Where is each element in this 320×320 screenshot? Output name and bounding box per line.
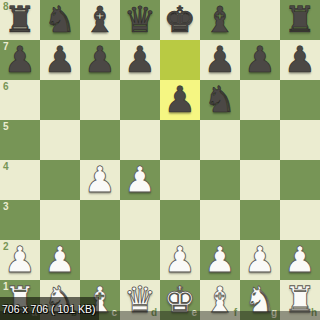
square-h7[interactable]: ♟: [280, 40, 320, 80]
square-c3[interactable]: [80, 200, 120, 240]
square-e4[interactable]: [160, 160, 200, 200]
square-a4[interactable]: 4: [0, 160, 40, 200]
square-b6[interactable]: [40, 80, 80, 120]
black-pawn-b7[interactable]: ♟: [40, 40, 80, 80]
white-pawn-b2[interactable]: ♟: [40, 240, 80, 280]
square-c4[interactable]: ♟: [80, 160, 120, 200]
square-e6[interactable]: ♟: [160, 80, 200, 120]
square-f3[interactable]: [200, 200, 240, 240]
square-h6[interactable]: [280, 80, 320, 120]
square-g6[interactable]: [240, 80, 280, 120]
square-h2[interactable]: ♟: [280, 240, 320, 280]
square-c8[interactable]: ♝: [80, 0, 120, 40]
screenshot-stage: 8♜♞♝♛♚♝♜7♟♟♟♟♟♟♟6♟♞54♟♟32♟♟♟♟♟♟1a♜b♞c♝d♛…: [0, 0, 320, 320]
square-b8[interactable]: ♞: [40, 0, 80, 40]
square-a2[interactable]: 2♟: [0, 240, 40, 280]
rank-label-4: 4: [3, 162, 9, 172]
black-knight-b8[interactable]: ♞: [40, 0, 80, 40]
square-c2[interactable]: [80, 240, 120, 280]
square-h3[interactable]: [280, 200, 320, 240]
white-pawn-d4[interactable]: ♟: [120, 160, 160, 200]
square-g4[interactable]: [240, 160, 280, 200]
square-h8[interactable]: ♜: [280, 0, 320, 40]
square-h4[interactable]: [280, 160, 320, 200]
rank-label-3: 3: [3, 202, 9, 212]
square-a6[interactable]: 6: [0, 80, 40, 120]
rank-label-6: 6: [3, 82, 9, 92]
white-pawn-a2[interactable]: ♟: [0, 240, 40, 280]
black-pawn-e6[interactable]: ♟: [160, 80, 200, 120]
square-d8[interactable]: ♛: [120, 0, 160, 40]
black-rook-h8[interactable]: ♜: [280, 0, 320, 40]
black-knight-f6[interactable]: ♞: [200, 80, 240, 120]
square-b3[interactable]: [40, 200, 80, 240]
white-pawn-c4[interactable]: ♟: [80, 160, 120, 200]
image-dimensions-text: 706 x 706 ( 101 KB): [2, 303, 95, 315]
square-c5[interactable]: [80, 120, 120, 160]
white-pawn-h2[interactable]: ♟: [280, 240, 320, 280]
square-d6[interactable]: [120, 80, 160, 120]
black-pawn-a7[interactable]: ♟: [0, 40, 40, 80]
square-a7[interactable]: 7♟: [0, 40, 40, 80]
black-rook-a8[interactable]: ♜: [0, 0, 40, 40]
square-f5[interactable]: [200, 120, 240, 160]
square-e2[interactable]: ♟: [160, 240, 200, 280]
black-pawn-c7[interactable]: ♟: [80, 40, 120, 80]
square-b2[interactable]: ♟: [40, 240, 80, 280]
black-bishop-c8[interactable]: ♝: [80, 0, 120, 40]
square-g7[interactable]: ♟: [240, 40, 280, 80]
square-e5[interactable]: [160, 120, 200, 160]
black-pawn-g7[interactable]: ♟: [240, 40, 280, 80]
square-g8[interactable]: [240, 0, 280, 40]
square-g3[interactable]: [240, 200, 280, 240]
image-info-overlay: 706 x 706 ( 101 KB): [0, 297, 99, 320]
square-c6[interactable]: [80, 80, 120, 120]
square-b4[interactable]: [40, 160, 80, 200]
white-pawn-f2[interactable]: ♟: [200, 240, 240, 280]
square-f2[interactable]: ♟: [200, 240, 240, 280]
rank-label-5: 5: [3, 122, 9, 132]
square-a5[interactable]: 5: [0, 120, 40, 160]
square-e7[interactable]: [160, 40, 200, 80]
black-king-e8[interactable]: ♚: [160, 0, 200, 40]
square-e8[interactable]: ♚: [160, 0, 200, 40]
square-e3[interactable]: [160, 200, 200, 240]
square-f4[interactable]: [200, 160, 240, 200]
square-c7[interactable]: ♟: [80, 40, 120, 80]
black-pawn-d7[interactable]: ♟: [120, 40, 160, 80]
square-g2[interactable]: ♟: [240, 240, 280, 280]
black-pawn-f7[interactable]: ♟: [200, 40, 240, 80]
black-pawn-h7[interactable]: ♟: [280, 40, 320, 80]
square-d4[interactable]: ♟: [120, 160, 160, 200]
square-d2[interactable]: [120, 240, 160, 280]
square-a8[interactable]: 8♜: [0, 0, 40, 40]
square-b7[interactable]: ♟: [40, 40, 80, 80]
chess-board: 8♜♞♝♛♚♝♜7♟♟♟♟♟♟♟6♟♞54♟♟32♟♟♟♟♟♟1a♜b♞c♝d♛…: [0, 0, 320, 320]
square-b5[interactable]: [40, 120, 80, 160]
square-f6[interactable]: ♞: [200, 80, 240, 120]
square-h5[interactable]: [280, 120, 320, 160]
black-bishop-f8[interactable]: ♝: [200, 0, 240, 40]
square-a3[interactable]: 3: [0, 200, 40, 240]
white-pawn-g2[interactable]: ♟: [240, 240, 280, 280]
square-d7[interactable]: ♟: [120, 40, 160, 80]
square-d3[interactable]: [120, 200, 160, 240]
square-f7[interactable]: ♟: [200, 40, 240, 80]
white-pawn-e2[interactable]: ♟: [160, 240, 200, 280]
square-g5[interactable]: [240, 120, 280, 160]
black-queen-d8[interactable]: ♛: [120, 0, 160, 40]
square-d5[interactable]: [120, 120, 160, 160]
square-f8[interactable]: ♝: [200, 0, 240, 40]
